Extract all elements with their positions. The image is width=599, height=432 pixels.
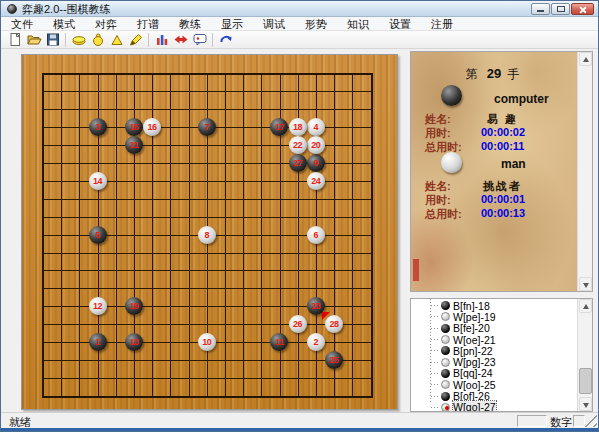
move-list-item-7[interactable]: B[qq]-24 [411,368,577,379]
black-stone-1: 1 [89,333,107,351]
move-number-label: 16 [148,118,157,136]
move-number-label: 11 [275,333,284,351]
new-file-icon [7,32,23,47]
tree-connector [431,362,439,363]
move-list-item-9[interactable]: B[of]-26 [411,390,577,401]
chart-button[interactable] [152,32,171,48]
go-board[interactable]: 1234567891011121314151617181920212223242… [21,54,398,410]
menu-item-3[interactable]: 对弈 [85,17,127,30]
black-stone-9: 9 [307,154,325,172]
move-list-panel: B[fn]-18W[pe]-19B[fe]-20W[oe]-21B[pn]-22… [410,298,593,412]
move-counter: 第 29 手 [411,66,577,83]
move-number-label: 27 [293,154,302,172]
move-number-label: 23 [311,297,320,315]
white-stone-8: 8 [198,226,216,244]
move-number-label: 5 [95,226,100,244]
move-number-label: 7 [204,118,209,136]
save-icon [45,32,61,47]
menu-item-9[interactable]: 知识 [337,17,379,30]
toolbar [1,31,598,49]
move-number-label: 21 [129,136,138,154]
new-file-button[interactable] [5,32,24,48]
move-list-item-6[interactable]: W[pg]-23 [411,356,577,367]
move-text: W[pe]-19 [453,311,496,323]
menu-item-7[interactable]: 调试 [253,17,295,30]
white-name-label: 姓名: [425,179,451,194]
black-stone-5: 5 [89,226,107,244]
menu-item-2[interactable]: 模式 [43,17,85,30]
white-stone-22: 22 [289,136,307,154]
move-number-label: 26 [293,315,302,333]
move-text: B[qq]-24 [453,367,493,379]
menu-item-5[interactable]: 教练 [169,17,211,30]
white-stone-18: 18 [289,118,307,136]
black-stone-27: 27 [289,154,307,172]
black-stone-15: 15 [125,118,143,136]
white-stone-4: 4 [307,118,325,136]
pen-button[interactable] [126,32,145,48]
black-stone-21: 21 [125,136,143,154]
undo-arrow-button[interactable] [216,32,235,48]
tree-connector [431,316,439,317]
move-text: W[oo]-25 [453,379,496,391]
white-stone-6: 6 [307,226,325,244]
toolbar-separator [65,33,66,47]
toolbar-separator [212,33,213,47]
move-list-item-8[interactable]: W[oo]-25 [411,379,577,390]
move-number-label: 28 [329,315,338,333]
last-move-marker [322,312,330,320]
save-button[interactable] [43,32,62,48]
white-stone-icon [441,358,450,367]
white-total-time: 00:00:13 [481,207,525,219]
app-window: 弈趣2.0--围棋教练 文件模式对弈打谱教练显示调试形势知识设置注册 12345… [0,0,599,432]
white-player-name: 挑战者 [483,179,522,194]
window-title: 弈趣2.0--围棋教练 [22,1,111,17]
white-stone-2: 2 [307,333,325,351]
black-stone-17: 17 [270,118,288,136]
scroll-up-button[interactable] [579,299,592,313]
move-number-label: 17 [275,118,284,136]
minimize-icon [537,10,544,12]
tree-connector [431,373,439,374]
minimize-button[interactable] [531,3,550,15]
white-stone-14: 14 [89,172,107,190]
move-list-item-2[interactable]: W[pe]-19 [411,311,577,322]
window-bottom-edge [1,428,598,431]
move-text: B[pn]-22 [453,345,493,357]
tree-connector [431,328,439,329]
menu-item-11[interactable]: 注册 [421,17,463,30]
hint-triangle-icon [109,32,125,47]
menu-bar: 文件模式对弈打谱教练显示调试形势知识设置注册 [1,17,598,31]
tree-connector [431,305,439,306]
black-stone-13: 13 [125,333,143,351]
move-number-label: 4 [314,118,319,136]
scroll-up-button[interactable] [579,52,592,66]
scroll-down-button[interactable] [579,397,592,411]
move-list-item-10[interactable]: W[qo]-27 [411,402,577,412]
white-stone-icon [441,312,450,321]
move-text: W[oe]-21 [453,334,496,346]
move-number-label: 18 [293,118,302,136]
title-bar: 弈趣2.0--围棋教练 [1,1,598,17]
scroll-down-button[interactable] [579,277,592,291]
stone-bowl-icon [71,32,87,47]
white-stone-10: 10 [198,333,216,351]
hand-button[interactable] [88,32,107,48]
black-stone-7: 7 [198,118,216,136]
white-stone-12: 12 [89,297,107,315]
hint-triangle-button[interactable] [107,32,126,48]
black-stone-3: 3 [89,118,107,136]
move-number-label: 25 [329,351,338,369]
move-list-item-4[interactable]: W[oe]-21 [411,334,577,345]
white-total-label: 总用时: [425,207,462,222]
black-stone-icon [441,85,462,106]
move-number-label: 24 [311,172,320,190]
move-list-item-3[interactable]: B[fe]-20 [411,323,577,334]
hand-icon [90,32,106,47]
black-stone-19: 19 [125,297,143,315]
black-stone-icon [441,369,450,378]
pen-icon [128,32,144,47]
tree-connector [431,396,439,397]
white-player-engine: man [501,157,526,171]
menu-item-8[interactable]: 形势 [295,17,337,30]
swap-arrows-button[interactable] [171,32,190,48]
white-stone-icon [441,403,450,412]
move-tree: B[fn]-18W[pe]-19B[fe]-20W[oe]-21B[pn]-22… [411,299,577,411]
black-stone-icon [441,324,450,333]
white-stone-icon [441,335,450,344]
white-stone-20: 20 [307,136,325,154]
move-number-label: 6 [314,226,319,244]
move-text: B[fe]-20 [453,322,490,334]
move-number-label: 15 [129,118,138,136]
tree-connector [431,339,439,340]
move-number-label: 12 [93,297,102,315]
black-time-label: 用时: [425,126,451,141]
menu-item-1[interactable]: 文件 [1,17,43,30]
stones-grid[interactable]: 1234567891011121314151617181920212223242… [34,65,380,405]
chart-icon [154,32,170,47]
game-info-panel: 第 29 手 computer 姓名: 易 趣 用时: 00:00:02 总用时… [410,51,593,292]
move-list-item-1[interactable]: B[fn]-18 [411,300,577,311]
arrow-up-icon [583,304,589,309]
white-move-time: 00:00:01 [481,193,525,205]
black-player-engine: computer [494,92,549,106]
white-stone-16: 16 [143,118,161,136]
move-number-label: 14 [93,172,102,190]
app-icon [7,4,17,14]
black-name-label: 姓名: [425,112,451,127]
swap-arrows-icon [173,32,189,47]
open-folder-button[interactable] [24,32,43,48]
black-stone-icon [441,301,450,310]
tree-connector [431,407,439,408]
move-number-label: 22 [293,136,302,154]
menu-item-10[interactable]: 设置 [379,17,421,30]
status-bar: 就绪 数字 [1,412,598,428]
move-number-label: 2 [314,333,319,351]
black-player-name: 易 趣 [487,112,518,127]
black-total-time: 00:00:11 [481,140,524,152]
black-stone-icon [441,346,450,355]
arrow-down-icon [583,403,589,408]
resize-grip[interactable] [584,414,597,427]
comment-bubble-icon [192,32,208,47]
tree-connector [431,384,439,385]
move-number-label: 13 [129,333,138,351]
menu-item-6[interactable]: 显示 [211,17,253,30]
status-pane-2 [573,415,585,427]
arrow-up-icon [583,57,589,62]
undo-arrow-icon [218,32,234,47]
open-folder-icon [26,32,42,47]
maximize-icon [557,6,565,12]
list-scrollbar[interactable] [577,299,592,411]
white-stone-icon [441,152,462,173]
move-text: W[qo]-27 [453,401,496,412]
arrow-down-icon [583,283,589,288]
red-seal [413,259,419,281]
move-number-label: 1 [95,333,100,351]
comment-bubble-button[interactable] [190,32,209,48]
status-pane-1 [517,415,547,427]
toolbar-separator [148,33,149,47]
client-area: 1234567891011121314151617181920212223242… [1,49,598,415]
tree-connector [431,350,439,351]
white-stone-26: 26 [289,315,307,333]
scroll-thumb[interactable] [579,368,592,394]
white-time-label: 用时: [425,193,451,208]
move-text: B[of]-26 [453,390,490,402]
close-button[interactable] [571,3,594,15]
white-stone-28: 28 [325,315,343,333]
parchment-background: 第 29 手 computer 姓名: 易 趣 用时: 00:00:02 总用时… [411,52,577,291]
white-stone-icon [441,380,450,389]
current-move-dot [445,406,449,410]
menu-item-4[interactable]: 打谱 [127,17,169,30]
white-stone-24: 24 [307,172,325,190]
info-scrollbar[interactable] [577,52,592,291]
move-text: W[pg]-23 [453,356,496,368]
move-number-label: 20 [311,136,320,154]
black-stone-11: 11 [270,333,288,351]
move-list-item-5[interactable]: B[pn]-22 [411,345,577,356]
move-number-label: 10 [202,333,211,351]
black-stone-25: 25 [325,351,343,369]
maximize-button[interactable] [551,3,570,15]
move-text: B[fn]-18 [453,300,490,312]
move-number-label: 3 [95,118,100,136]
move-number-label: 19 [129,297,138,315]
move-number-label: 9 [314,154,319,172]
stone-bowl-button[interactable] [69,32,88,48]
black-stone-icon [441,392,450,401]
move-number-label: 8 [204,226,209,244]
black-move-time: 00:00:02 [481,126,525,138]
